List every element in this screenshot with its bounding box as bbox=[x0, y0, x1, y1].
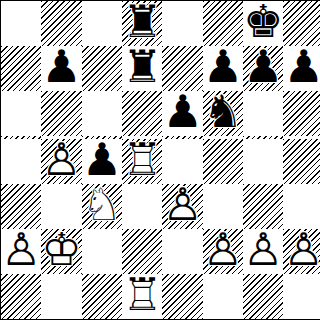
square-c1[interactable] bbox=[82, 274, 122, 319]
square-g1[interactable] bbox=[243, 274, 283, 319]
square-d1[interactable]: ♜♖ bbox=[122, 274, 162, 319]
white-pawn: ♟♙ bbox=[41, 139, 81, 184]
white-pawn: ♟♙ bbox=[203, 229, 243, 274]
square-d7[interactable]: ♜ bbox=[122, 46, 162, 91]
black-knight: ♞ bbox=[203, 91, 243, 136]
black-rook-glyph: ♜ bbox=[122, 0, 162, 44]
white-pawn: ♟♙ bbox=[1, 229, 41, 274]
white-pawn-outline: ♙ bbox=[283, 227, 320, 272]
white-pawn-outline: ♙ bbox=[243, 227, 283, 272]
square-e6[interactable]: ♟ bbox=[162, 91, 202, 136]
white-pawn: ♟♙ bbox=[243, 229, 283, 274]
square-g6[interactable] bbox=[243, 91, 283, 136]
square-h7[interactable]: ♟ bbox=[283, 46, 320, 91]
black-king-glyph: ♚ bbox=[243, 0, 283, 44]
square-c6[interactable] bbox=[82, 91, 122, 136]
white-knight: ♞♘ bbox=[82, 184, 122, 229]
square-h2[interactable]: ♟♙ bbox=[283, 229, 320, 274]
white-pawn-outline: ♙ bbox=[41, 137, 81, 182]
square-a1[interactable] bbox=[1, 274, 41, 319]
black-pawn-glyph: ♟ bbox=[243, 44, 283, 89]
square-d3[interactable] bbox=[122, 184, 162, 229]
square-a2[interactable]: ♟♙ bbox=[1, 229, 41, 274]
square-f4[interactable] bbox=[203, 139, 243, 184]
square-b6[interactable] bbox=[41, 91, 81, 136]
chess-board: ♜♚♟♜♟♟♟♟♞♟♙♟♜♖♞♘♟♙♟♙♚♔♟♙♟♙♟♙♜♖ bbox=[0, 0, 320, 320]
black-rook-glyph: ♜ bbox=[122, 44, 162, 89]
black-pawn-glyph: ♟ bbox=[162, 89, 202, 134]
square-b2[interactable]: ♚♔ bbox=[41, 229, 81, 274]
white-rook-outline: ♖ bbox=[122, 272, 162, 317]
white-rook: ♜♖ bbox=[122, 139, 162, 184]
square-b7[interactable]: ♟ bbox=[41, 46, 81, 91]
black-pawn: ♟ bbox=[41, 46, 81, 91]
square-a6[interactable] bbox=[1, 91, 41, 136]
square-h4[interactable] bbox=[283, 139, 320, 184]
white-pawn-outline: ♙ bbox=[1, 227, 41, 272]
square-b1[interactable] bbox=[41, 274, 81, 319]
square-c2[interactable] bbox=[82, 229, 122, 274]
square-e2[interactable] bbox=[162, 229, 202, 274]
square-e1[interactable] bbox=[162, 274, 202, 319]
black-pawn-glyph: ♟ bbox=[82, 137, 122, 182]
white-pawn-outline: ♙ bbox=[203, 227, 243, 272]
black-pawn: ♟ bbox=[283, 46, 320, 91]
black-pawn: ♟ bbox=[162, 91, 202, 136]
square-h1[interactable] bbox=[283, 274, 320, 319]
black-pawn-glyph: ♟ bbox=[41, 44, 81, 89]
square-h6[interactable] bbox=[283, 91, 320, 136]
black-rook: ♜ bbox=[122, 46, 162, 91]
black-pawn: ♟ bbox=[243, 46, 283, 91]
black-knight-glyph: ♞ bbox=[203, 89, 243, 134]
square-e8[interactable] bbox=[162, 1, 202, 46]
square-f2[interactable]: ♟♙ bbox=[203, 229, 243, 274]
white-pawn-outline: ♙ bbox=[162, 182, 202, 227]
square-d6[interactable] bbox=[122, 91, 162, 136]
white-rook-outline: ♖ bbox=[122, 137, 162, 182]
white-knight-outline: ♘ bbox=[82, 182, 122, 227]
square-g2[interactable]: ♟♙ bbox=[243, 229, 283, 274]
square-c8[interactable] bbox=[82, 1, 122, 46]
white-pawn: ♟♙ bbox=[162, 184, 202, 229]
square-g7[interactable]: ♟ bbox=[243, 46, 283, 91]
square-f6[interactable]: ♞ bbox=[203, 91, 243, 136]
square-c3[interactable]: ♞♘ bbox=[82, 184, 122, 229]
chess-diagram: ♜♚♟♜♟♟♟♟♞♟♙♟♜♖♞♘♟♙♟♙♚♔♟♙♟♙♟♙♜♖ bbox=[0, 0, 320, 320]
square-a4[interactable] bbox=[1, 139, 41, 184]
square-e3[interactable]: ♟♙ bbox=[162, 184, 202, 229]
white-rook: ♜♖ bbox=[122, 274, 162, 319]
white-pawn: ♟♙ bbox=[283, 229, 320, 274]
white-king-outline: ♔ bbox=[41, 227, 81, 272]
square-g4[interactable] bbox=[243, 139, 283, 184]
square-a8[interactable] bbox=[1, 1, 41, 46]
black-pawn-glyph: ♟ bbox=[283, 44, 320, 89]
square-c7[interactable] bbox=[82, 46, 122, 91]
white-king: ♚♔ bbox=[41, 229, 81, 274]
square-a7[interactable] bbox=[1, 46, 41, 91]
square-d4[interactable]: ♜♖ bbox=[122, 139, 162, 184]
square-b4[interactable]: ♟♙ bbox=[41, 139, 81, 184]
square-f1[interactable] bbox=[203, 274, 243, 319]
black-pawn-glyph: ♟ bbox=[203, 44, 243, 89]
